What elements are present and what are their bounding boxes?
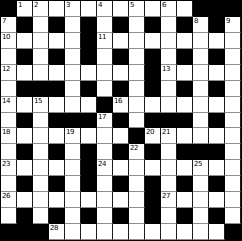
black-cell-11-9 (145, 176, 161, 192)
cell-14-8[interactable] (129, 224, 145, 240)
clue-number-7: 7 (2, 17, 6, 25)
cell-2-8[interactable] (129, 33, 145, 49)
black-cell-3-3 (49, 49, 65, 65)
black-cell-9-5 (81, 144, 97, 160)
cell-2-9[interactable] (145, 33, 161, 49)
cell-12-7[interactable] (113, 192, 129, 208)
clue-number-12: 12 (2, 65, 10, 73)
cell-2-0[interactable]: 10 (1, 33, 17, 49)
cell-3-14[interactable] (225, 49, 241, 65)
cell-6-4[interactable] (65, 97, 81, 113)
clue-number-2: 2 (34, 1, 38, 9)
cell-2-14[interactable] (225, 33, 241, 49)
black-cell-3-9 (145, 49, 161, 65)
cell-13-2[interactable] (33, 208, 49, 224)
cell-8-12[interactable] (193, 128, 209, 144)
black-cell-5-9 (145, 81, 161, 97)
clue-number-5: 5 (130, 1, 134, 9)
cell-1-4[interactable] (65, 17, 81, 33)
black-cell-7-1 (17, 113, 33, 129)
cell-4-11[interactable] (177, 65, 193, 81)
cell-10-10[interactable] (161, 160, 177, 176)
cell-6-13[interactable] (209, 97, 225, 113)
cell-2-4[interactable] (65, 33, 81, 49)
black-cell-3-1 (17, 49, 33, 65)
cell-9-10[interactable] (161, 144, 177, 160)
cell-11-14[interactable] (225, 176, 241, 192)
cell-3-8[interactable] (129, 49, 145, 65)
cell-10-13[interactable] (209, 160, 225, 176)
black-cell-4-9 (145, 65, 161, 81)
black-cell-7-3 (49, 113, 65, 129)
clue-number-26: 26 (2, 192, 10, 200)
cell-5-4[interactable] (65, 81, 81, 97)
cell-8-6[interactable] (97, 128, 113, 144)
cell-6-12[interactable] (193, 97, 209, 113)
cell-2-3[interactable] (49, 33, 65, 49)
black-cell-14-1 (17, 224, 33, 240)
cell-3-6[interactable] (97, 49, 113, 65)
cell-0-9[interactable] (145, 1, 161, 17)
black-cell-13-3 (49, 208, 65, 224)
cell-2-12[interactable] (193, 33, 209, 49)
cell-10-14[interactable] (225, 160, 241, 176)
black-cell-6-6 (97, 97, 113, 113)
cell-0-1[interactable]: 1 (17, 1, 33, 17)
clue-number-22: 22 (130, 144, 138, 152)
cell-4-3[interactable] (49, 65, 65, 81)
clue-number-11: 11 (98, 33, 106, 41)
cell-10-11[interactable] (177, 160, 193, 176)
cell-1-2[interactable] (33, 17, 49, 33)
cell-9-6[interactable] (97, 144, 113, 160)
cell-3-0[interactable] (1, 49, 17, 65)
cell-10-8[interactable] (129, 160, 145, 176)
black-cell-11-3 (49, 176, 65, 192)
black-cell-13-9 (145, 208, 161, 224)
black-cell-11-13 (209, 176, 225, 192)
black-cell-9-11 (177, 144, 193, 160)
cell-4-1[interactable] (17, 65, 33, 81)
clue-number-20: 20 (146, 128, 154, 136)
cell-8-2[interactable] (33, 128, 49, 144)
clue-number-16: 16 (114, 97, 122, 105)
cell-3-2[interactable] (33, 49, 49, 65)
cell-13-0[interactable] (1, 208, 17, 224)
black-cell-1-5 (81, 17, 97, 33)
clue-number-10: 10 (2, 33, 10, 41)
black-cell-13-13 (209, 208, 225, 224)
cell-9-2[interactable] (33, 144, 49, 160)
cell-4-14[interactable] (225, 65, 241, 81)
cell-0-5[interactable] (81, 1, 97, 17)
black-cell-13-1 (17, 208, 33, 224)
black-cell-1-1 (17, 17, 33, 33)
black-cell-12-9 (145, 192, 161, 208)
black-cell-9-9 (145, 144, 161, 160)
black-cell-13-11 (177, 208, 193, 224)
cell-10-3[interactable] (49, 160, 65, 176)
cell-13-4[interactable] (65, 208, 81, 224)
cell-7-0[interactable] (1, 113, 17, 129)
cell-8-1[interactable] (17, 128, 33, 144)
cell-8-0[interactable]: 18 (1, 128, 17, 144)
cell-11-12[interactable] (193, 176, 209, 192)
cell-13-10[interactable] (161, 208, 177, 224)
clue-number-9: 9 (226, 17, 230, 25)
cell-0-4[interactable]: 3 (65, 1, 81, 17)
cell-14-7[interactable] (113, 224, 129, 240)
cell-13-6[interactable] (97, 208, 113, 224)
cell-11-2[interactable] (33, 176, 49, 192)
cell-14-9[interactable] (145, 224, 161, 240)
black-cell-11-11 (177, 176, 193, 192)
cell-0-11[interactable] (177, 1, 193, 17)
cell-5-8[interactable] (129, 81, 145, 97)
cell-14-3[interactable]: 28 (49, 224, 65, 240)
cell-2-11[interactable] (177, 33, 193, 49)
cell-13-8[interactable] (129, 208, 145, 224)
black-cell-9-13 (209, 144, 225, 160)
cell-7-2[interactable] (33, 113, 49, 129)
clue-number-19: 19 (66, 128, 74, 136)
cell-9-14[interactable] (225, 144, 241, 160)
black-cell-7-11 (177, 113, 193, 129)
cell-1-6[interactable] (97, 17, 113, 33)
cell-6-14[interactable] (225, 97, 241, 113)
black-cell-1-7 (113, 17, 129, 33)
cell-2-2[interactable] (33, 33, 49, 49)
cell-10-1[interactable] (17, 160, 33, 176)
cell-11-10[interactable] (161, 176, 177, 192)
cell-4-13[interactable] (209, 65, 225, 81)
cell-5-0[interactable] (1, 81, 17, 97)
cell-12-5[interactable] (81, 192, 97, 208)
crossword-board: 1234567891011121314151617181920212223242… (0, 0, 242, 241)
cell-12-12[interactable] (193, 192, 209, 208)
clue-number-13: 13 (162, 65, 170, 73)
black-cell-7-5 (81, 113, 97, 129)
cell-12-8[interactable] (129, 192, 145, 208)
black-cell-14-2 (33, 224, 49, 240)
clue-number-1: 1 (18, 1, 22, 9)
black-cell-1-13 (209, 17, 225, 33)
black-cell-5-3 (49, 81, 65, 97)
cell-12-11[interactable] (177, 192, 193, 208)
black-cell-1-11 (177, 17, 193, 33)
black-cell-9-12 (193, 144, 209, 160)
black-cell-5-13 (209, 81, 225, 97)
clue-number-23: 23 (2, 160, 10, 168)
black-cell-9-7 (113, 144, 129, 160)
cell-6-7[interactable]: 16 (113, 97, 129, 113)
cell-12-0[interactable]: 26 (1, 192, 17, 208)
cell-6-9[interactable] (145, 97, 161, 113)
black-cell-5-1 (17, 81, 33, 97)
black-cell-7-7 (113, 113, 129, 129)
cell-12-14[interactable] (225, 192, 241, 208)
cell-7-8[interactable] (129, 113, 145, 129)
cell-10-9[interactable] (145, 160, 161, 176)
cell-11-0[interactable] (1, 176, 17, 192)
cell-8-10[interactable]: 21 (161, 128, 177, 144)
cell-4-10[interactable]: 13 (161, 65, 177, 81)
cell-6-0[interactable]: 14 (1, 97, 17, 113)
black-cell-1-3 (49, 17, 65, 33)
cell-12-1[interactable] (17, 192, 33, 208)
cell-2-10[interactable] (161, 33, 177, 49)
cell-4-2[interactable] (33, 65, 49, 81)
cell-6-8[interactable] (129, 97, 145, 113)
clue-number-25: 25 (194, 160, 202, 168)
cell-8-9[interactable]: 20 (145, 128, 161, 144)
cell-1-10[interactable] (161, 17, 177, 33)
black-cell-3-11 (177, 49, 193, 65)
cell-4-6[interactable] (97, 65, 113, 81)
clue-number-17: 17 (98, 113, 106, 121)
cell-4-8[interactable] (129, 65, 145, 81)
cell-6-5[interactable] (81, 97, 97, 113)
cell-8-3[interactable] (49, 128, 65, 144)
clue-number-8: 8 (194, 17, 198, 25)
black-cell-7-9 (145, 113, 161, 129)
black-cell-0-13 (209, 1, 225, 17)
cell-7-12[interactable] (193, 113, 209, 129)
black-cell-7-13 (209, 113, 225, 129)
cell-4-5[interactable] (81, 65, 97, 81)
cell-12-4[interactable] (65, 192, 81, 208)
cell-14-10[interactable] (161, 224, 177, 240)
cell-4-7[interactable] (113, 65, 129, 81)
cell-6-2[interactable]: 15 (33, 97, 49, 113)
clue-number-28: 28 (50, 224, 58, 232)
cell-10-0[interactable]: 23 (1, 160, 17, 176)
cell-2-6[interactable]: 11 (97, 33, 113, 49)
cell-5-10[interactable] (161, 81, 177, 97)
black-cell-5-7 (113, 81, 129, 97)
cell-0-8[interactable]: 5 (129, 1, 145, 17)
cell-1-14[interactable]: 9 (225, 17, 241, 33)
cell-5-6[interactable] (97, 81, 113, 97)
cell-0-2[interactable]: 2 (33, 1, 49, 17)
clue-number-21: 21 (162, 128, 170, 136)
cell-10-7[interactable] (113, 160, 129, 176)
black-cell-7-10 (161, 113, 177, 129)
cell-9-0[interactable] (1, 144, 17, 160)
cell-10-4[interactable] (65, 160, 81, 176)
cell-2-1[interactable] (17, 33, 33, 49)
black-cell-1-9 (145, 17, 161, 33)
cell-10-12[interactable]: 25 (193, 160, 209, 176)
clue-number-14: 14 (2, 97, 10, 105)
cell-10-6[interactable]: 24 (97, 160, 113, 176)
cell-6-11[interactable] (177, 97, 193, 113)
clue-number-3: 3 (66, 1, 70, 9)
black-cell-5-5 (81, 81, 97, 97)
cell-5-12[interactable] (193, 81, 209, 97)
clue-number-27: 27 (162, 192, 170, 200)
black-cell-13-7 (113, 208, 129, 224)
cell-8-13[interactable] (209, 128, 225, 144)
cell-6-1[interactable] (17, 97, 33, 113)
cell-8-14[interactable] (225, 128, 241, 144)
cell-8-4[interactable]: 19 (65, 128, 81, 144)
black-cell-8-8 (129, 128, 145, 144)
cell-5-14[interactable] (225, 81, 241, 97)
cell-9-4[interactable] (65, 144, 81, 160)
cell-1-0[interactable]: 7 (1, 17, 17, 33)
cell-12-6[interactable] (97, 192, 113, 208)
black-cell-10-5 (81, 160, 97, 176)
cell-14-11[interactable] (177, 224, 193, 240)
cell-0-3[interactable] (49, 1, 65, 17)
black-cell-0-14 (225, 1, 241, 17)
cell-14-4[interactable] (65, 224, 81, 240)
cell-9-8[interactable]: 22 (129, 144, 145, 160)
black-cell-0-0 (1, 1, 17, 17)
crossword-puzzle: 1234567891011121314151617181920212223242… (0, 0, 242, 241)
black-cell-11-7 (113, 176, 129, 192)
black-cell-3-5 (81, 49, 97, 65)
clue-number-24: 24 (98, 160, 106, 168)
cell-12-13[interactable] (209, 192, 225, 208)
black-cell-9-3 (49, 144, 65, 160)
clue-number-15: 15 (34, 97, 42, 105)
black-cell-7-4 (65, 113, 81, 129)
black-cell-3-7 (113, 49, 129, 65)
cell-4-0[interactable]: 12 (1, 65, 17, 81)
cell-0-7[interactable] (113, 1, 129, 17)
cell-14-12[interactable] (193, 224, 209, 240)
cell-1-8[interactable] (129, 17, 145, 33)
cell-8-11[interactable] (177, 128, 193, 144)
cell-11-8[interactable] (129, 176, 145, 192)
cell-12-10[interactable]: 27 (161, 192, 177, 208)
black-cell-5-2 (33, 81, 49, 97)
cell-4-12[interactable] (193, 65, 209, 81)
cell-14-6[interactable] (97, 224, 113, 240)
cell-1-12[interactable]: 8 (193, 17, 209, 33)
cell-4-4[interactable] (65, 65, 81, 81)
black-cell-2-5 (81, 33, 97, 49)
cell-11-4[interactable] (65, 176, 81, 192)
cell-2-7[interactable] (113, 33, 129, 49)
cell-13-14[interactable] (225, 208, 241, 224)
cell-7-6[interactable]: 17 (97, 113, 113, 129)
cell-11-6[interactable] (97, 176, 113, 192)
cell-3-4[interactable] (65, 49, 81, 65)
cell-8-5[interactable] (81, 128, 97, 144)
cell-14-13[interactable] (209, 224, 225, 240)
clue-number-18: 18 (2, 128, 10, 136)
black-cell-13-5 (81, 208, 97, 224)
black-cell-11-1 (17, 176, 33, 192)
black-cell-14-14 (225, 224, 241, 240)
cell-10-2[interactable] (33, 160, 49, 176)
black-cell-0-12 (193, 1, 209, 17)
cell-0-6[interactable]: 4 (97, 1, 113, 17)
black-cell-9-1 (17, 144, 33, 160)
black-cell-11-5 (81, 176, 97, 192)
cell-8-7[interactable] (113, 128, 129, 144)
cell-3-10[interactable] (161, 49, 177, 65)
cell-6-3[interactable] (49, 97, 65, 113)
black-cell-5-11 (177, 81, 193, 97)
cell-13-12[interactable] (193, 208, 209, 224)
cell-12-3[interactable] (49, 192, 65, 208)
clue-number-4: 4 (98, 1, 102, 9)
cell-0-10[interactable]: 6 (161, 1, 177, 17)
cell-7-14[interactable] (225, 113, 241, 129)
black-cell-3-13 (209, 49, 225, 65)
cell-3-12[interactable] (193, 49, 209, 65)
cell-14-5[interactable] (81, 224, 97, 240)
black-cell-14-0 (1, 224, 17, 240)
cell-2-13[interactable] (209, 33, 225, 49)
cell-6-10[interactable] (161, 97, 177, 113)
cell-12-2[interactable] (33, 192, 49, 208)
clue-number-6: 6 (162, 1, 166, 9)
